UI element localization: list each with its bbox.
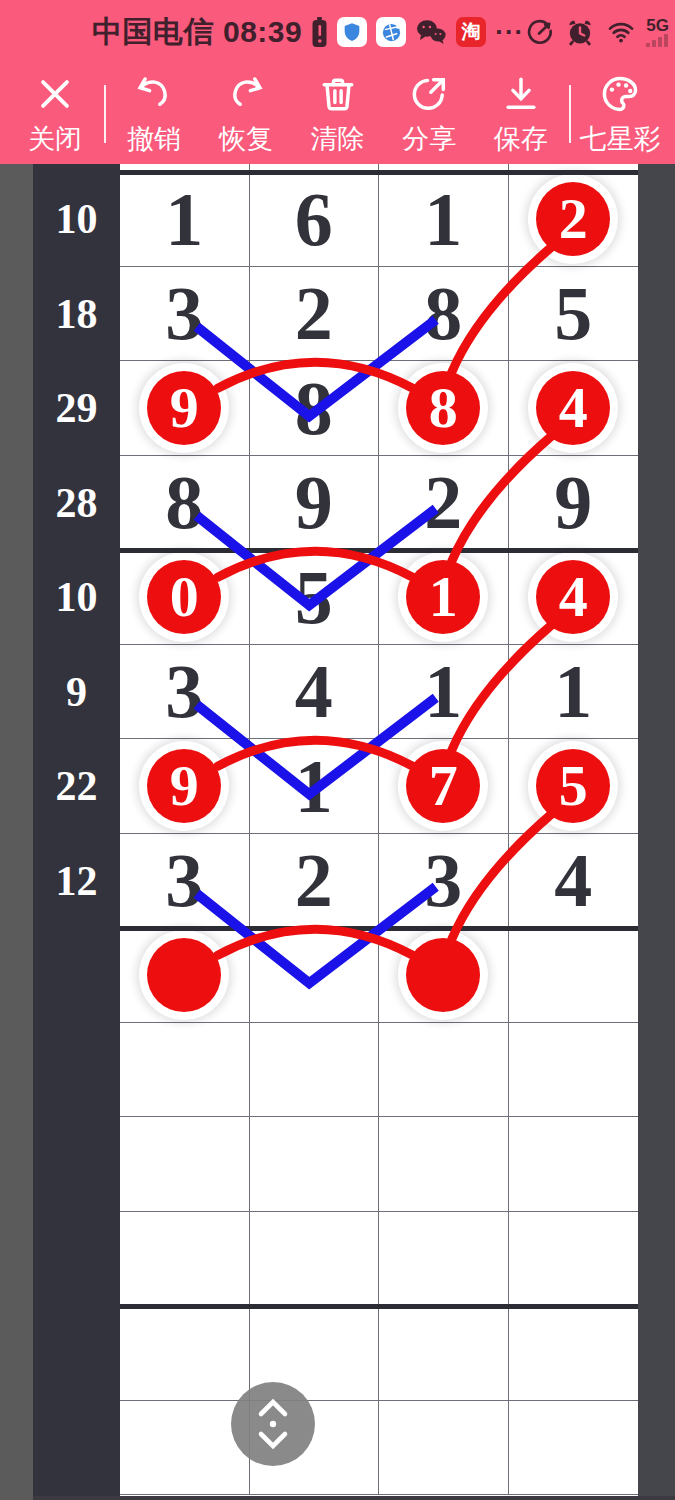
circled-digit: 1: [406, 560, 480, 634]
clear-button[interactable]: 清除: [295, 72, 381, 157]
cell-r8c4[interactable]: 4: [509, 834, 639, 929]
scroll-handle[interactable]: [231, 1382, 315, 1466]
browser-globe-icon: [376, 17, 406, 47]
carrier-label: 中国电信: [92, 12, 214, 53]
share-button[interactable]: 分享: [386, 72, 472, 157]
cell-r12c4[interactable]: [509, 1212, 639, 1307]
digit: 1: [295, 748, 333, 824]
digit: 9: [295, 464, 333, 540]
grid-row-5: 0514: [120, 550, 638, 645]
undo-icon: [132, 72, 176, 116]
undo-label: 撤销: [127, 121, 181, 157]
row-sum-label-2: 18: [33, 267, 120, 362]
cell-r9c4[interactable]: [509, 928, 639, 1023]
cell-r6c3[interactable]: 1: [379, 645, 509, 740]
cell-r1c1[interactable]: 1: [120, 172, 250, 267]
digit: 9: [554, 464, 592, 540]
toolbar: 关闭 撤销 恢复 清除 分享 保存 七星彩: [0, 64, 675, 164]
palette-label: 七星彩: [580, 121, 661, 157]
digit: 3: [165, 653, 203, 729]
digit: 1: [554, 653, 592, 729]
shield-icon: [337, 17, 367, 47]
bottom-edge: [33, 1496, 675, 1500]
cell-r7c2[interactable]: 1: [250, 739, 380, 834]
cell-r1c3[interactable]: 1: [379, 172, 509, 267]
toolbar-separator-2: [569, 85, 571, 143]
prediction-mark: [406, 938, 480, 1012]
redo-label: 恢复: [219, 121, 273, 157]
cell-r8c3[interactable]: 3: [379, 834, 509, 929]
clear-label: 清除: [311, 121, 365, 157]
cell-r2c4[interactable]: 5: [509, 267, 639, 362]
circled-digit: 2: [536, 182, 610, 256]
grid-row-8: 3234: [120, 834, 638, 929]
grid-row-14: [120, 1401, 638, 1496]
cell-r2c1[interactable]: 3: [120, 267, 250, 362]
signal-bars-icon: 5G: [646, 17, 669, 47]
row-sum-labels-column: 101829281092212: [33, 164, 120, 1500]
row-sum-label-13: [33, 1306, 120, 1401]
cell-r6c2[interactable]: 4: [250, 645, 380, 740]
row-sum-label-14: [33, 1401, 120, 1496]
row-sum-label-8: 12: [33, 834, 120, 929]
section-divider: [120, 170, 638, 175]
close-label: 关闭: [28, 121, 82, 157]
more-dots-icon: ···: [495, 17, 524, 48]
cell-r11c3[interactable]: [379, 1117, 509, 1212]
row-sum-label-6: 9: [33, 645, 120, 740]
grid-row-6: 3411: [120, 645, 638, 740]
cell-r4c2[interactable]: 9: [250, 456, 380, 551]
grid-row-7: 9175: [120, 739, 638, 834]
redo-icon: [224, 72, 268, 116]
undo-button[interactable]: 撤销: [111, 72, 197, 157]
grid-row-13: [120, 1306, 638, 1401]
grid-row-12: [120, 1212, 638, 1307]
cell-r13c1[interactable]: [120, 1306, 250, 1401]
circled-digit: 8: [406, 371, 480, 445]
cell-r4c3[interactable]: 2: [379, 456, 509, 551]
cell-r9c2[interactable]: [250, 928, 380, 1023]
digit: 2: [295, 275, 333, 351]
cell-r6c1[interactable]: 3: [120, 645, 250, 740]
cell-r8c1[interactable]: 3: [120, 834, 250, 929]
grid-row-4: 8929: [120, 456, 638, 551]
grid-row-9: [120, 928, 638, 1023]
cell-r6c4[interactable]: 1: [509, 645, 639, 740]
digit: 4: [295, 653, 333, 729]
cell-r5c2[interactable]: 5: [250, 550, 380, 645]
digit: 5: [295, 559, 333, 635]
wechat-icon: [415, 18, 447, 46]
digit: 8: [165, 464, 203, 540]
digit: 3: [165, 275, 203, 351]
trash-icon: [316, 72, 360, 116]
battery-alert-icon: [311, 16, 328, 48]
cell-r1c4[interactable]: 2: [509, 172, 639, 267]
close-button[interactable]: 关闭: [12, 72, 98, 157]
cell-r10c3[interactable]: [379, 1023, 509, 1118]
cell-r12c2[interactable]: [250, 1212, 380, 1307]
palette-icon: [598, 72, 642, 116]
row-sum-label-9: [33, 928, 120, 1023]
cell-r10c2[interactable]: [250, 1023, 380, 1118]
digit: 3: [424, 842, 462, 918]
row-sum-label-10: [33, 1023, 120, 1118]
cell-r4c1[interactable]: 8: [120, 456, 250, 551]
cell-r3c1[interactable]: 9: [120, 361, 250, 456]
cell-r3c3[interactable]: 8: [379, 361, 509, 456]
digit: 8: [424, 275, 462, 351]
cell-r12c3[interactable]: [379, 1212, 509, 1307]
share-icon: [407, 72, 451, 116]
cell-r11c4[interactable]: [509, 1117, 639, 1212]
digit: 4: [554, 842, 592, 918]
row-sum-label-3: 29: [33, 361, 120, 456]
cell-r4c4[interactable]: 9: [509, 456, 639, 551]
cell-r7c1[interactable]: 9: [120, 739, 250, 834]
section-divider: [120, 548, 638, 553]
speedometer-icon: [524, 16, 556, 48]
cell-r3c2[interactable]: 8: [250, 361, 380, 456]
digit: 5: [554, 275, 592, 351]
board-left-margin: [0, 164, 33, 1500]
taobao-icon: 淘: [456, 17, 486, 47]
share-label: 分享: [402, 121, 456, 157]
grid-row-1: 1612: [120, 172, 638, 267]
cell-r10c4[interactable]: [509, 1023, 639, 1118]
circled-digit: 4: [536, 371, 610, 445]
board-right-margin: [638, 164, 675, 1500]
cell-r13c3[interactable]: [379, 1306, 509, 1401]
grid-row-2: 3285: [120, 267, 638, 362]
digit: 2: [295, 842, 333, 918]
chevron-up-down-icon: [247, 1393, 299, 1455]
digit: 1: [424, 181, 462, 257]
cell-r7c4[interactable]: 5: [509, 739, 639, 834]
cell-r12c1[interactable]: [120, 1212, 250, 1307]
prediction-mark: [147, 938, 221, 1012]
status-bar: 中国电信 08:39 淘 ··· 5G 98: [0, 0, 675, 64]
row-sum-label-4: 28: [33, 456, 120, 551]
palette-button[interactable]: 七星彩: [577, 72, 663, 157]
wifi-icon: [604, 17, 638, 47]
cell-r13c4[interactable]: [509, 1306, 639, 1401]
row-sum-label-7: 22: [33, 739, 120, 834]
cell-r1c2[interactable]: 6: [250, 172, 380, 267]
row-sum-label-12: [33, 1212, 120, 1307]
digit: 1: [165, 181, 203, 257]
circled-digit: 4: [536, 560, 610, 634]
download-icon: [499, 72, 543, 116]
cell-r11c1[interactable]: [120, 1117, 250, 1212]
cell-r7c3[interactable]: 7: [379, 739, 509, 834]
cell-r9c3[interactable]: [379, 928, 509, 1023]
grid-row-10: [120, 1023, 638, 1118]
cell-r3c4[interactable]: 4: [509, 361, 639, 456]
row-sum-label-5: 10: [33, 550, 120, 645]
circled-digit: 9: [147, 371, 221, 445]
trend-chart-grid: 16123285988489290514341191753234: [120, 164, 638, 1500]
digit: 1: [424, 653, 462, 729]
cell-r10c1[interactable]: [120, 1023, 250, 1118]
cell-r14c1[interactable]: [120, 1401, 250, 1496]
toolbar-separator: [104, 85, 106, 143]
cell-r5c1[interactable]: 0: [120, 550, 250, 645]
row-sum-label-1: 10: [33, 172, 120, 267]
row-sum-label-11: [33, 1117, 120, 1212]
circled-digit: 0: [147, 560, 221, 634]
cell-r11c2[interactable]: [250, 1117, 380, 1212]
cell-r2c3[interactable]: 8: [379, 267, 509, 362]
signal-bars-sim1: [646, 34, 668, 47]
circled-digit: 7: [406, 749, 480, 823]
clock-label: 08:39: [223, 15, 302, 49]
digit: 3: [165, 842, 203, 918]
grid-row-11: [120, 1117, 638, 1212]
close-icon: [33, 72, 77, 116]
save-button[interactable]: 保存: [478, 72, 564, 157]
alarm-clock-icon: [564, 16, 596, 48]
redo-button[interactable]: 恢复: [203, 72, 289, 157]
cell-r8c2[interactable]: 2: [250, 834, 380, 929]
digit: 2: [424, 464, 462, 540]
cell-r5c3[interactable]: 1: [379, 550, 509, 645]
cell-r9c1[interactable]: [120, 928, 250, 1023]
signal-5g-label: 5G: [646, 17, 669, 34]
digit: 8: [295, 370, 333, 446]
circled-digit: 9: [147, 749, 221, 823]
cell-r2c2[interactable]: 2: [250, 267, 380, 362]
cell-r5c4[interactable]: 4: [509, 550, 639, 645]
save-label: 保存: [494, 121, 548, 157]
cell-r14c4[interactable]: [509, 1401, 639, 1496]
cell-r14c3[interactable]: [379, 1401, 509, 1496]
label-spacer: [33, 164, 120, 172]
section-divider: [120, 1304, 638, 1309]
circled-digit: 5: [536, 749, 610, 823]
section-divider: [120, 926, 638, 931]
digit: 6: [295, 181, 333, 257]
grid-row-3: 9884: [120, 361, 638, 456]
